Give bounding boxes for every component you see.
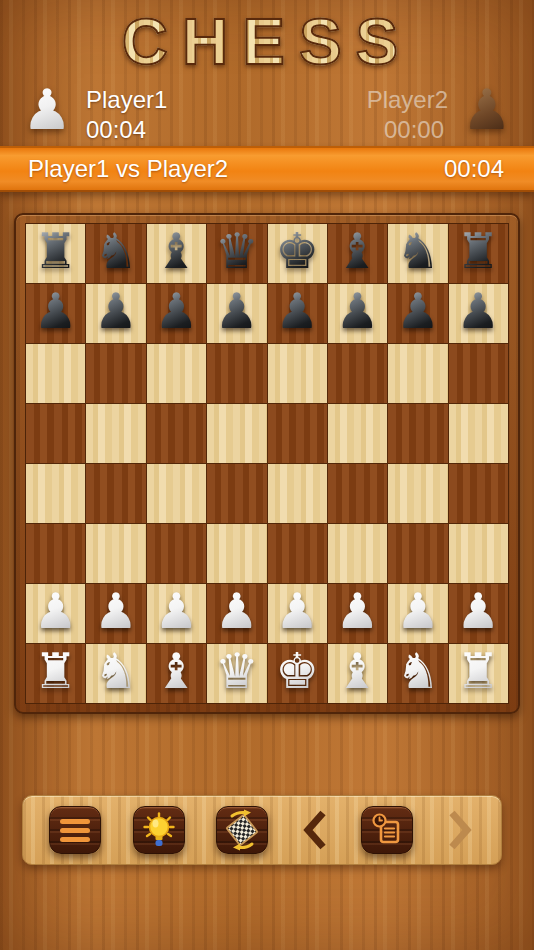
square-d6[interactable]	[207, 344, 266, 403]
white-pawn[interactable]: ♟	[34, 587, 78, 636]
white-king[interactable]: ♚	[275, 647, 319, 696]
square-h2[interactable]: ♟	[449, 584, 508, 643]
square-b1[interactable]: ♞	[86, 644, 145, 703]
square-g6[interactable]	[388, 344, 447, 403]
back-button[interactable]	[300, 806, 330, 854]
square-d1[interactable]: ♛	[207, 644, 266, 703]
square-c6[interactable]	[147, 344, 206, 403]
white-knight[interactable]: ♞	[396, 647, 440, 696]
black-pawn[interactable]: ♟	[34, 287, 78, 336]
square-d7[interactable]: ♟	[207, 284, 266, 343]
square-d3[interactable]	[207, 524, 266, 583]
white-pawn[interactable]: ♟	[275, 587, 319, 636]
bottom-toolbar	[22, 795, 502, 865]
square-d2[interactable]: ♟	[207, 584, 266, 643]
square-d8[interactable]: ♛	[207, 224, 266, 283]
square-c7[interactable]: ♟	[147, 284, 206, 343]
square-b7[interactable]: ♟	[86, 284, 145, 343]
black-pawn[interactable]: ♟	[215, 287, 259, 336]
player1-name: Player1	[86, 86, 167, 114]
black-rook[interactable]: ♜	[34, 227, 78, 276]
square-f8[interactable]: ♝	[328, 224, 387, 283]
square-h1[interactable]: ♜	[449, 644, 508, 703]
white-rook[interactable]: ♜	[34, 647, 78, 696]
square-b2[interactable]: ♟	[86, 584, 145, 643]
black-king[interactable]: ♚	[275, 227, 319, 276]
menu-button[interactable]	[49, 806, 101, 854]
square-f4[interactable]	[328, 464, 387, 523]
white-queen[interactable]: ♛	[215, 647, 259, 696]
black-pawn[interactable]: ♟	[396, 287, 440, 336]
square-a8[interactable]: ♜	[26, 224, 85, 283]
square-e7[interactable]: ♟	[268, 284, 327, 343]
black-pawn[interactable]: ♟	[94, 287, 138, 336]
player2-name: Player2	[367, 86, 448, 114]
square-h7[interactable]: ♟	[449, 284, 508, 343]
app-title: CHESS	[0, 0, 534, 84]
white-pawn-icon: ♟	[22, 82, 72, 138]
square-g3[interactable]	[388, 524, 447, 583]
square-a6[interactable]	[26, 344, 85, 403]
brown-pawn-icon: ♟	[462, 82, 512, 138]
square-g4[interactable]	[388, 464, 447, 523]
chevron-left-icon	[301, 809, 329, 851]
square-e8[interactable]: ♚	[268, 224, 327, 283]
game-timer: 00:04	[444, 155, 504, 183]
square-e6[interactable]	[268, 344, 327, 403]
black-bishop[interactable]: ♝	[154, 227, 198, 276]
square-a3[interactable]	[26, 524, 85, 583]
square-h6[interactable]	[449, 344, 508, 403]
square-c2[interactable]: ♟	[147, 584, 206, 643]
square-f3[interactable]	[328, 524, 387, 583]
square-a7[interactable]: ♟	[26, 284, 85, 343]
lightbulb-hint-icon	[140, 811, 178, 849]
player2-clock: 00:00	[384, 116, 444, 144]
black-bishop[interactable]: ♝	[336, 227, 380, 276]
square-d4[interactable]	[207, 464, 266, 523]
move-list-button[interactable]	[361, 806, 413, 854]
black-pawn[interactable]: ♟	[336, 287, 380, 336]
white-pawn[interactable]: ♟	[336, 587, 380, 636]
square-g5[interactable]	[388, 404, 447, 463]
matchup-label: Player1 vs Player2	[28, 155, 228, 183]
square-c1[interactable]: ♝	[147, 644, 206, 703]
square-c5[interactable]	[147, 404, 206, 463]
flip-board-button[interactable]	[216, 806, 268, 854]
square-h3[interactable]	[449, 524, 508, 583]
square-h8[interactable]: ♜	[449, 224, 508, 283]
white-pawn[interactable]: ♟	[94, 587, 138, 636]
square-f6[interactable]	[328, 344, 387, 403]
square-h4[interactable]	[449, 464, 508, 523]
black-pawn[interactable]: ♟	[456, 287, 500, 336]
square-f1[interactable]: ♝	[328, 644, 387, 703]
square-b4[interactable]	[86, 464, 145, 523]
square-a2[interactable]: ♟	[26, 584, 85, 643]
square-a5[interactable]	[26, 404, 85, 463]
square-f5[interactable]	[328, 404, 387, 463]
white-pawn[interactable]: ♟	[215, 587, 259, 636]
square-a4[interactable]	[26, 464, 85, 523]
square-a1[interactable]: ♜	[26, 644, 85, 703]
square-e1[interactable]: ♚	[268, 644, 327, 703]
square-e4[interactable]	[268, 464, 327, 523]
square-f2[interactable]: ♟	[328, 584, 387, 643]
black-pawn[interactable]: ♟	[154, 287, 198, 336]
chevron-right-icon	[446, 809, 474, 851]
square-d5[interactable]	[207, 404, 266, 463]
black-queen[interactable]: ♛	[215, 227, 259, 276]
app-background: CHESS ♟ Player1 00:04 Player2 00:00 ♟ Pl…	[0, 0, 534, 950]
square-b6[interactable]	[86, 344, 145, 403]
square-e3[interactable]	[268, 524, 327, 583]
hamburger-menu-icon	[60, 819, 90, 842]
black-knight[interactable]: ♞	[94, 227, 138, 276]
match-banner: Player1 vs Player2 00:04	[0, 146, 534, 192]
forward-button[interactable]	[445, 806, 475, 854]
square-g2[interactable]: ♟	[388, 584, 447, 643]
white-pawn[interactable]: ♟	[456, 587, 500, 636]
square-e5[interactable]	[268, 404, 327, 463]
white-rook[interactable]: ♜	[456, 647, 500, 696]
white-knight[interactable]: ♞	[94, 647, 138, 696]
square-h5[interactable]	[449, 404, 508, 463]
square-b3[interactable]	[86, 524, 145, 583]
white-bishop[interactable]: ♝	[336, 647, 380, 696]
square-c8[interactable]: ♝	[147, 224, 206, 283]
black-knight[interactable]: ♞	[396, 227, 440, 276]
hint-button[interactable]	[133, 806, 185, 854]
square-g7[interactable]: ♟	[388, 284, 447, 343]
square-b5[interactable]	[86, 404, 145, 463]
square-f7[interactable]: ♟	[328, 284, 387, 343]
move-list-clock-icon	[368, 811, 406, 849]
square-g1[interactable]: ♞	[388, 644, 447, 703]
square-c4[interactable]	[147, 464, 206, 523]
white-pawn[interactable]: ♟	[154, 587, 198, 636]
square-e2[interactable]: ♟	[268, 584, 327, 643]
player1-clock: 00:04	[86, 116, 146, 144]
board-frame: ♜♞♝♛♚♝♞♜♟♟♟♟♟♟♟♟♟♟♟♟♟♟♟♟♜♞♝♛♚♝♞♜	[14, 213, 520, 714]
black-rook[interactable]: ♜	[456, 227, 500, 276]
white-pawn[interactable]: ♟	[396, 587, 440, 636]
white-bishop[interactable]: ♝	[154, 647, 198, 696]
chess-board[interactable]: ♜♞♝♛♚♝♞♜♟♟♟♟♟♟♟♟♟♟♟♟♟♟♟♟♜♞♝♛♚♝♞♜	[25, 223, 509, 704]
square-b8[interactable]: ♞	[86, 224, 145, 283]
square-g8[interactable]: ♞	[388, 224, 447, 283]
black-pawn[interactable]: ♟	[275, 287, 319, 336]
square-c3[interactable]	[147, 524, 206, 583]
flip-board-icon	[221, 809, 263, 851]
